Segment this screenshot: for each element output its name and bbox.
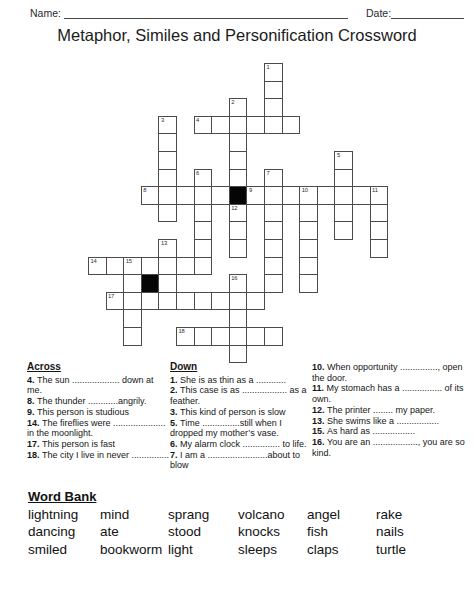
grid-cell-r15c6[interactable] <box>194 327 213 346</box>
word-bank-word: dancing <box>28 523 100 540</box>
grid-cell-r13c7[interactable] <box>211 292 230 311</box>
clue-number-5: 5 <box>337 152 340 159</box>
grid-cell-r11c3[interactable] <box>141 257 160 276</box>
grid-cell-r3c6[interactable]: 4 <box>194 116 213 135</box>
word-bank-word: turtle <box>376 541 458 558</box>
clue-12: 12. The printer ........ my paper. <box>312 405 470 416</box>
clue-3: 3. This kind of person is slow <box>170 407 311 418</box>
grid-cell-r6c8[interactable] <box>229 169 248 188</box>
page-title: Metaphor, Similes and Personification Cr… <box>0 26 474 45</box>
grid-cell-r14c8[interactable] <box>229 309 248 328</box>
word-bank-word: rake <box>376 506 458 523</box>
grid-cell-r7c6[interactable] <box>194 186 213 205</box>
clue-number-9: 9 <box>249 187 252 194</box>
grid-cell-r11c12[interactable] <box>299 257 318 276</box>
clue-number-11: 11 <box>372 187 378 194</box>
grid-cell-r7c10[interactable] <box>264 186 283 205</box>
grid-cell-r7c4[interactable] <box>158 186 177 205</box>
grid-cell-r10c16[interactable] <box>370 239 389 258</box>
grid-cell-r12c2[interactable] <box>123 274 142 293</box>
grid-cell-r9c6[interactable] <box>194 221 213 240</box>
grid-cell-r6c10[interactable]: 7 <box>264 169 283 188</box>
word-bank-word: sleeps <box>238 541 307 558</box>
across-clues-list: 4. The sun ................... down at m… <box>27 375 170 461</box>
clue-2: 2. This case is as .................. as… <box>170 385 311 406</box>
grid-cell-r15c7[interactable] <box>211 327 230 346</box>
word-bank-word: ate <box>100 523 168 540</box>
black-cell-r12c3 <box>141 274 160 293</box>
grid-cell-r12c8[interactable]: 16 <box>229 274 248 293</box>
word-bank-word: mind <box>100 506 168 523</box>
grid-cell-r3c7[interactable] <box>211 116 230 135</box>
word-bank-word: light <box>168 541 238 558</box>
clue-number-16: 16 <box>231 275 237 282</box>
grid-cell-r6c14[interactable] <box>334 169 353 188</box>
name-label: Name: <box>30 7 61 19</box>
grid-cell-r9c12[interactable] <box>299 221 318 240</box>
clue-number-12: 12 <box>231 205 237 212</box>
clue-8: 8. The thunder ............angrily. <box>27 396 170 407</box>
word-bank-word: smiled <box>28 541 100 558</box>
clue-4: 4. The sun ................... down at m… <box>27 375 170 396</box>
grid-cell-r15c9[interactable] <box>246 327 265 346</box>
grid-cell-r3c11[interactable] <box>282 116 301 135</box>
word-bank-word: sprang <box>168 506 238 523</box>
clue-18: 18. The city I live in never ...........… <box>27 450 170 461</box>
down-clues-column: Down 1. She is as thin as a ............… <box>170 362 311 471</box>
clue-number-7: 7 <box>267 170 270 177</box>
grid-cell-r2c10[interactable] <box>264 98 283 117</box>
grid-cell-r9c8[interactable] <box>229 221 248 240</box>
clue-number-10: 10 <box>302 187 308 194</box>
word-bank-word: nails <box>376 523 458 540</box>
grid-cell-r13c2[interactable] <box>123 292 142 311</box>
grid-cell-r13c3[interactable] <box>141 292 160 311</box>
across-header: Across <box>27 362 170 373</box>
grid-cell-r10c8[interactable] <box>229 239 248 258</box>
clue-number-13: 13 <box>161 240 167 247</box>
clue-number-18: 18 <box>179 328 185 335</box>
word-bank-word: knocks <box>238 523 307 540</box>
grid-cell-r11c2[interactable]: 15 <box>123 257 142 276</box>
grid-cell-r9c14[interactable] <box>334 221 353 240</box>
grid-cell-r3c8[interactable] <box>229 116 248 135</box>
grid-cell-r10c6[interactable] <box>194 239 213 258</box>
grid-cell-r12c4[interactable] <box>158 274 177 293</box>
clue-number-3: 3 <box>161 117 164 124</box>
grid-cell-r5c8[interactable] <box>229 151 248 170</box>
grid-cell-r7c15[interactable] <box>352 186 371 205</box>
grid-cell-r11c4[interactable] <box>158 257 177 276</box>
clue-1: 1. She is as thin as a ............ <box>170 375 311 386</box>
grid-cell-r11c6[interactable] <box>194 257 213 276</box>
grid-cell-r8c6[interactable] <box>194 204 213 223</box>
word-bank-word: lightning <box>28 506 100 523</box>
grid-cell-r13c4[interactable] <box>158 292 177 311</box>
word-bank-word: claps <box>307 541 376 558</box>
grid-cell-r14c2[interactable] <box>123 309 142 328</box>
grid-cell-r3c4[interactable]: 3 <box>158 116 177 135</box>
grid-cell-r2c8[interactable]: 2 <box>229 98 248 117</box>
down-clues-list: 1. She is as thin as a ............2. Th… <box>170 375 311 471</box>
grid-cell-r11c0[interactable]: 14 <box>88 257 107 276</box>
grid-cell-r10c12[interactable] <box>299 239 318 258</box>
word-bank-word: volcano <box>238 506 307 523</box>
grid-cell-r6c6[interactable]: 6 <box>194 169 213 188</box>
grid-cell-r7c3[interactable]: 8 <box>141 186 160 205</box>
grid-cell-r8c10[interactable] <box>264 204 283 223</box>
clue-5: 5. Time ...............still when I drop… <box>170 418 311 439</box>
grid-cell-r8c4[interactable] <box>158 204 177 223</box>
grid-cell-r8c8[interactable]: 12 <box>229 204 248 223</box>
grid-cell-r8c12[interactable] <box>299 204 318 223</box>
word-bank-header: Word Bank <box>28 489 96 504</box>
grid-cell-r4c8[interactable] <box>229 133 248 152</box>
grid-cell-r7c12[interactable]: 10 <box>299 186 318 205</box>
grid-cell-r12c10[interactable] <box>264 274 283 293</box>
clue-17: 17. This person is fast <box>27 439 170 450</box>
grid-cell-r7c11[interactable] <box>282 186 301 205</box>
grid-cell-r15c5[interactable]: 18 <box>176 327 195 346</box>
clue-number-4: 4 <box>196 117 199 124</box>
word-bank-word: stood <box>168 523 238 540</box>
clue-16: 16. You are an .................., you a… <box>312 437 470 458</box>
clue-number-14: 14 <box>91 258 97 265</box>
down-clues-list-2: 10. When opportunity ..............., op… <box>312 362 470 458</box>
grid-cell-r7c7[interactable] <box>211 186 230 205</box>
grid-cell-r6c4[interactable] <box>158 169 177 188</box>
grid-cell-r15c8[interactable] <box>229 327 248 346</box>
clue-number-17: 17 <box>108 293 114 300</box>
clue-13: 13. She swims like a ................. <box>312 416 470 427</box>
word-bank-word: fish <box>307 523 376 540</box>
grid-cell-r9c16[interactable] <box>370 221 389 240</box>
grid-cell-r13c5[interactable] <box>176 292 195 311</box>
grid-cell-r10c10[interactable] <box>264 239 283 258</box>
grid-cell-r7c9[interactable]: 9 <box>246 186 265 205</box>
worksheet-page: Name: Date: Metaphor, Similes and Person… <box>0 0 474 613</box>
word-bank-word: angel <box>307 506 376 523</box>
grid-cell-r10c4[interactable]: 13 <box>158 239 177 258</box>
date-blank-line[interactable] <box>391 1 464 19</box>
grid-cell-r16c8[interactable] <box>229 345 248 364</box>
clue-number-15: 15 <box>126 258 132 265</box>
grid-cell-r15c10[interactable] <box>264 327 283 346</box>
across-clues-column: Across 4. The sun ................... do… <box>27 362 170 460</box>
clue-10: 10. When opportunity ..............., op… <box>312 362 470 383</box>
grid-cell-r1c10[interactable] <box>264 81 283 100</box>
grid-cell-r11c1[interactable] <box>106 257 125 276</box>
grid-cell-r7c13[interactable] <box>317 186 336 205</box>
grid-cell-r4c4[interactable] <box>158 133 177 152</box>
name-blank-line[interactable] <box>64 1 348 19</box>
clue-14: 14. The fireflies were .................… <box>27 418 170 439</box>
clue-15: 15. As hard as ................. <box>312 426 470 437</box>
grid-cell-r9c10[interactable] <box>264 221 283 240</box>
clue-number-6: 6 <box>196 170 199 177</box>
grid-cell-r11c10[interactable] <box>264 257 283 276</box>
clue-number-8: 8 <box>143 187 146 194</box>
grid-cell-r11c5[interactable] <box>176 257 195 276</box>
grid-cell-r7c16[interactable]: 11 <box>370 186 389 205</box>
word-bank-list: lightningmindsprangvolcanoangelrakedanci… <box>28 506 458 558</box>
grid-cell-r7c14[interactable] <box>334 186 353 205</box>
clue-number-1: 1 <box>267 64 270 71</box>
word-bank-word: bookworm <box>100 541 168 558</box>
clue-6: 6. My alarm clock ............... to lif… <box>170 439 311 450</box>
grid-cell-r8c16[interactable] <box>370 204 389 223</box>
down-clues-column-2: 10. When opportunity ..............., op… <box>312 362 470 458</box>
down-header: Down <box>170 362 311 373</box>
grid-cell-r0c10[interactable]: 1 <box>264 63 283 82</box>
crossword-grid: 123456789101112131415161718 <box>88 63 390 365</box>
grid-cell-r7c5[interactable] <box>176 186 195 205</box>
grid-cell-r13c6[interactable] <box>194 292 213 311</box>
grid-cell-r5c14[interactable]: 5 <box>334 151 353 170</box>
grid-cell-r3c10[interactable] <box>264 116 283 135</box>
grid-cell-r12c12[interactable] <box>299 274 318 293</box>
clue-11: 11. My stomach has a ................ of… <box>312 383 470 404</box>
date-label: Date: <box>366 7 391 19</box>
clue-number-2: 2 <box>231 99 234 106</box>
grid-cell-r3c9[interactable] <box>246 116 265 135</box>
black-cell-r7c8 <box>229 186 248 205</box>
grid-cell-r13c1[interactable]: 17 <box>106 292 125 311</box>
grid-cell-r15c2[interactable] <box>123 327 142 346</box>
grid-cell-r5c4[interactable] <box>158 151 177 170</box>
clue-7: 7. I am a ........................about … <box>170 450 311 471</box>
grid-cell-r13c8[interactable] <box>229 292 248 311</box>
grid-cell-r8c14[interactable] <box>334 204 353 223</box>
grid-cell-r13c9[interactable] <box>246 292 265 311</box>
clue-9: 9. This person is studious <box>27 407 170 418</box>
